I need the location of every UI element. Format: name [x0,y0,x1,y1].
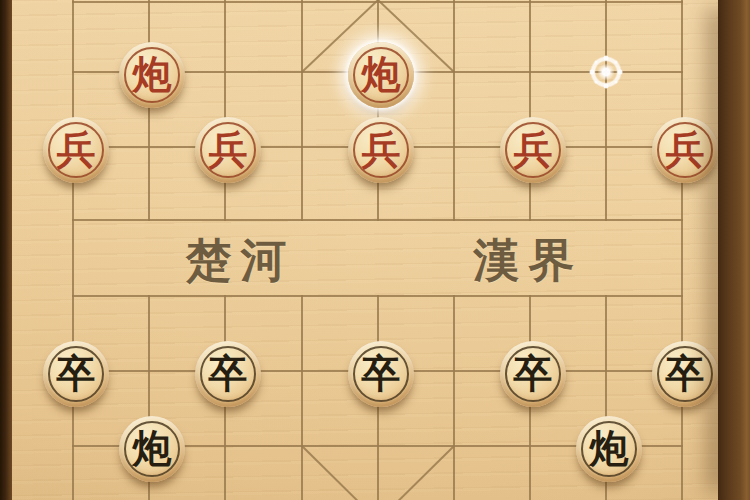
piece-black-soldier[interactable]: 卒 [195,341,261,407]
piece-glyph: 炮 [133,429,172,468]
piece-black-cannon[interactable]: 炮 [119,416,185,482]
piece-red-soldier[interactable]: 兵 [652,117,718,183]
piece-black-soldier[interactable]: 卒 [500,341,566,407]
piece-red-soldier[interactable]: 兵 [348,117,414,183]
piece-red-soldier[interactable]: 兵 [43,117,109,183]
piece-red-cannon[interactable]: 炮 [348,42,414,108]
piece-glyph: 卒 [57,354,96,393]
piece-glyph: 卒 [209,354,248,393]
piece-black-soldier[interactable]: 卒 [652,341,718,407]
piece-glyph: 卒 [362,354,401,393]
piece-glyph: 兵 [666,130,705,169]
piece-glyph: 卒 [666,354,705,393]
piece-red-soldier[interactable]: 兵 [500,117,566,183]
piece-glyph: 兵 [57,130,96,169]
piece-black-cannon[interactable]: 炮 [576,416,642,482]
piece-glyph: 炮 [362,55,401,94]
piece-red-cannon[interactable]: 炮 [119,42,185,108]
piece-black-soldier[interactable]: 卒 [43,341,109,407]
piece-red-soldier[interactable]: 兵 [195,117,261,183]
piece-glyph: 炮 [590,429,629,468]
piece-black-soldier[interactable]: 卒 [348,341,414,407]
piece-glyph: 兵 [209,130,248,169]
piece-glyph: 卒 [514,354,553,393]
piece-glyph: 炮 [133,55,172,94]
piece-glyph: 兵 [514,130,553,169]
piece-glyph: 兵 [362,130,401,169]
xiangqi-board: 楚河 漢界 炮炮兵兵兵兵兵卒卒卒卒卒炮炮 [0,0,750,500]
board-edge-right [718,0,750,500]
board-edge-left [0,0,12,500]
